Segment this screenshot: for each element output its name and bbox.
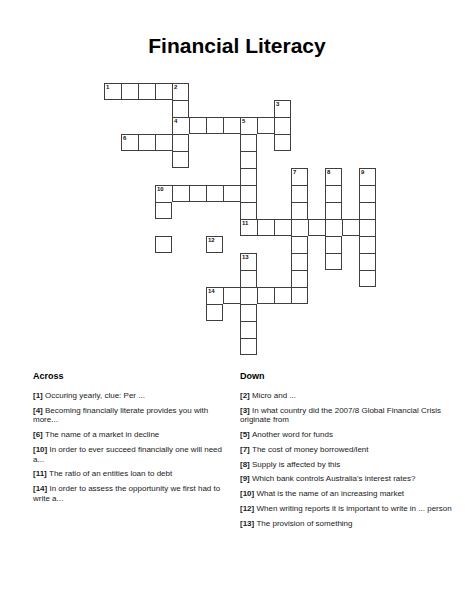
grid-cell-r10c16[interactable]: [359, 236, 376, 253]
grid-cell-r6c16[interactable]: 9: [359, 168, 376, 185]
grid-cell-r13c8[interactable]: [223, 287, 240, 304]
grid-cell-r4c5[interactable]: [172, 134, 189, 151]
grid-cell-r9c11[interactable]: [274, 219, 291, 236]
clue-number: [10]: [33, 445, 49, 454]
grid-cell-r13c10[interactable]: [257, 287, 274, 304]
page-title: Financial Literacy: [0, 34, 474, 58]
grid-cell-r1c5[interactable]: 2: [172, 83, 189, 100]
clue-text: Supply is affected by this: [252, 460, 340, 469]
cell-number-2: 2: [174, 84, 177, 91]
grid-cell-r8c4[interactable]: [155, 202, 172, 219]
down-clue-12: [12] When writing reports it is importan…: [240, 504, 456, 514]
across-header: Across: [33, 371, 230, 382]
clue-text: When writing reports it is important to …: [256, 504, 451, 513]
cell-number-4: 4: [174, 118, 177, 125]
clue-number: [10]: [240, 489, 256, 498]
grid-cell-r9c10[interactable]: [257, 219, 274, 236]
grid-cell-r13c11[interactable]: [274, 287, 291, 304]
clue-number: [4]: [33, 406, 45, 415]
grid-cell-r11c9[interactable]: 13: [240, 253, 257, 270]
down-clue-7: [7] The cost of money borrowed/lent: [240, 445, 456, 455]
grid-cell-r3c8[interactable]: [223, 117, 240, 134]
across-clue-1: [1] Occuring yearly, clue: Per ...: [33, 391, 230, 401]
grid-cell-r5c9[interactable]: [240, 151, 257, 168]
clue-text: Another word for funds: [252, 430, 333, 439]
clue-text: The cost of money borrowed/lent: [252, 445, 369, 454]
clue-text: Micro and ...: [252, 391, 296, 400]
grid-cell-r7c8[interactable]: [223, 185, 240, 202]
grid-cell-r4c11[interactable]: [274, 134, 291, 151]
grid-cell-r4c2[interactable]: 6: [121, 134, 138, 151]
down-clue-list: [2] Micro and ...[3] In what country did…: [240, 391, 456, 529]
across-clue-10: [10] In order to ever succeed financiall…: [33, 445, 230, 465]
down-header: Down: [240, 371, 456, 382]
grid-cell-r8c14[interactable]: [325, 202, 342, 219]
grid-cell-r12c12[interactable]: [291, 270, 308, 287]
across-clue-6: [6] The name of a market in decline: [33, 430, 230, 440]
grid-cell-r3c10[interactable]: [257, 117, 274, 134]
grid-cell-r14c9[interactable]: [240, 304, 257, 321]
grid-cell-r7c14[interactable]: [325, 185, 342, 202]
grid-cell-r10c7[interactable]: 12: [206, 236, 223, 253]
grid-cell-r3c6[interactable]: [189, 117, 206, 134]
grid-cell-r15c9[interactable]: [240, 321, 257, 338]
grid-cell-r1c4[interactable]: [155, 83, 172, 100]
clue-text: Occuring yearly, clue: Per ...: [45, 391, 145, 400]
down-clue-13: [13] The provision of something: [240, 519, 456, 529]
clue-text: What is the name of an increasing market: [256, 489, 404, 498]
cell-number-3: 3: [276, 101, 279, 108]
clue-number: [7]: [240, 445, 252, 454]
grid-cell-r12c9[interactable]: [240, 270, 257, 287]
clue-number: [9]: [240, 474, 252, 483]
grid-cell-r8c12[interactable]: [291, 202, 308, 219]
cell-number-13: 13: [242, 254, 249, 261]
clue-text: In what country did the 2007/8 Global Fi…: [240, 406, 441, 425]
down-clues-section: Down [2] Micro and ...[3] In what countr…: [240, 371, 456, 533]
clue-text: In order to ever succeed financially one…: [33, 445, 222, 464]
cell-number-8: 8: [327, 169, 330, 176]
grid-cell-r1c2[interactable]: [121, 83, 138, 100]
across-clue-list: [1] Occuring yearly, clue: Per ...[4] Be…: [33, 391, 230, 504]
grid-cell-r6c9[interactable]: [240, 168, 257, 185]
clue-number: [12]: [240, 504, 256, 513]
clue-number: [13]: [240, 519, 256, 528]
grid-cell-r4c3[interactable]: [138, 134, 155, 151]
clue-text: Which bank controls Australia's interest…: [252, 474, 415, 483]
crossword-grid: 1234567891011121314: [104, 83, 376, 355]
cell-number-14: 14: [208, 288, 215, 295]
down-clue-8: [8] Supply is affected by this: [240, 460, 456, 470]
cell-number-12: 12: [208, 237, 215, 244]
down-clue-3: [3] In what country did the 2007/8 Globa…: [240, 406, 456, 426]
cell-number-11: 11: [242, 220, 248, 227]
grid-cell-r9c15[interactable]: [342, 219, 359, 236]
clue-text: The ratio of an entities loan to debt: [49, 469, 172, 478]
grid-cell-r9c9[interactable]: 11: [240, 219, 257, 236]
grid-cell-r10c12[interactable]: [291, 236, 308, 253]
grid-cell-r1c3[interactable]: [138, 83, 155, 100]
cell-number-1: 1: [106, 84, 109, 91]
down-clue-2: [2] Micro and ...: [240, 391, 456, 401]
worksheet-page: Financial Literacy 1234567891011121314 A…: [0, 0, 474, 613]
grid-cell-r3c5[interactable]: 4: [172, 117, 189, 134]
grid-cell-r7c6[interactable]: [189, 185, 206, 202]
grid-cell-r7c9[interactable]: [240, 185, 257, 202]
grid-cell-r7c5[interactable]: [172, 185, 189, 202]
cell-number-7: 7: [293, 169, 296, 176]
grid-cell-r9c16[interactable]: [359, 219, 376, 236]
grid-cell-r3c7[interactable]: [206, 117, 223, 134]
grid-cell-r3c9[interactable]: 5: [240, 117, 257, 134]
clue-text: The name of a market in decline: [45, 430, 159, 439]
cell-number-5: 5: [242, 118, 245, 125]
down-clue-9: [9] Which bank controls Australia's inte…: [240, 474, 456, 484]
grid-cell-r11c12[interactable]: [291, 253, 308, 270]
grid-cell-r9c14[interactable]: [325, 219, 342, 236]
grid-cell-r6c12[interactable]: 7: [291, 168, 308, 185]
grid-cell-r9c13[interactable]: [308, 219, 325, 236]
clue-text: Becoming financially literate provides y…: [33, 406, 208, 425]
grid-cell-r10c14[interactable]: [325, 236, 342, 253]
grid-cell-r6c14[interactable]: 8: [325, 168, 342, 185]
grid-cell-r8c16[interactable]: [359, 202, 376, 219]
clue-number: [11]: [33, 469, 49, 478]
clue-number: [6]: [33, 430, 45, 439]
grid-cell-r11c14[interactable]: [325, 253, 342, 270]
grid-cell-r1c1[interactable]: 1: [104, 83, 121, 100]
across-clue-14: [14] In order to assess the opportunity …: [33, 484, 230, 504]
grid-cell-r12c16[interactable]: [359, 270, 376, 287]
grid-cell-r3c11[interactable]: [274, 117, 291, 134]
grid-cell-r2c5[interactable]: [172, 100, 189, 117]
grid-cell-r7c16[interactable]: [359, 185, 376, 202]
across-clue-11: [11] The ratio of an entities loan to de…: [33, 469, 230, 479]
clue-number: [1]: [33, 391, 45, 400]
grid-cell-r14c7[interactable]: [206, 304, 223, 321]
grid-cell-r5c5[interactable]: [172, 151, 189, 168]
grid-cell-r10c4[interactable]: [155, 236, 172, 253]
clue-number: [14]: [33, 484, 49, 493]
grid-cell-r13c7[interactable]: 14: [206, 287, 223, 304]
grid-cell-r13c12[interactable]: [291, 287, 308, 304]
grid-cell-r2c11[interactable]: 3: [274, 100, 291, 117]
grid-cell-r4c4[interactable]: [155, 134, 172, 151]
cell-number-10: 10: [157, 186, 164, 193]
across-clue-4: [4] Becoming financially literate provid…: [33, 406, 230, 426]
down-clue-10: [10] What is the name of an increasing m…: [240, 489, 456, 499]
clue-text: The provision of something: [256, 519, 352, 528]
grid-cell-r7c4[interactable]: 10: [155, 185, 172, 202]
grid-cell-r7c12[interactable]: [291, 185, 308, 202]
grid-cell-r9c12[interactable]: [291, 219, 308, 236]
clue-number: [5]: [240, 430, 252, 439]
cell-number-6: 6: [123, 135, 126, 142]
clue-number: [8]: [240, 460, 252, 469]
grid-cell-r16c9[interactable]: [240, 338, 257, 355]
cell-number-9: 9: [361, 169, 364, 176]
clue-number: [3]: [240, 406, 252, 415]
clue-text: In order to assess the opportunity we fi…: [33, 484, 220, 503]
across-clues-section: Across [1] Occuring yearly, clue: Per ..…: [33, 371, 230, 509]
down-clue-5: [5] Another word for funds: [240, 430, 456, 440]
clue-number: [2]: [240, 391, 252, 400]
grid-cell-r7c7[interactable]: [206, 185, 223, 202]
grid-cell-r13c9[interactable]: [240, 287, 257, 304]
grid-cell-r4c9[interactable]: [240, 134, 257, 151]
grid-cell-r11c16[interactable]: [359, 253, 376, 270]
grid-cell-r8c9[interactable]: [240, 202, 257, 219]
